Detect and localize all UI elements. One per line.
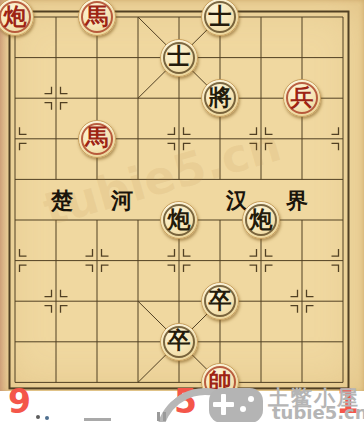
piece-black-cannon[interactable]: 炮 (242, 201, 280, 239)
piece-red-horse[interactable]: 馬 (78, 0, 116, 36)
cutoff-ui-fragment (36, 415, 40, 419)
cutoff-ui-fragment (84, 418, 111, 421)
watermark-site-url: tubie5.cn (272, 402, 364, 422)
cutoff-ui-fragment (45, 416, 49, 420)
gamepad-icon (209, 388, 263, 422)
cutoff-ui-fragment (163, 412, 166, 421)
piece-red-horse[interactable]: 馬 (78, 120, 116, 158)
piece-glyph: 炮 (4, 5, 27, 28)
piece-glyph: 馬 (86, 126, 109, 149)
piece-black-cannon[interactable]: 炮 (160, 201, 198, 239)
piece-black-advisor[interactable]: 士 (160, 39, 198, 77)
pieces-layer: 炮馬士士將兵馬炮炮卒卒帥 (0, 0, 364, 392)
piece-glyph: 卒 (168, 329, 191, 352)
piece-glyph: 卒 (209, 289, 232, 312)
piece-glyph: 將 (209, 86, 232, 109)
piece-glyph: 士 (209, 5, 232, 28)
piece-glyph: 炮 (168, 208, 191, 231)
piece-black-advisor[interactable]: 士 (201, 0, 239, 36)
piece-black-soldier[interactable]: 卒 (160, 323, 198, 361)
piece-red-soldier[interactable]: 兵 (283, 79, 321, 117)
piece-black-general[interactable]: 將 (201, 79, 239, 117)
xiangqi-app-screenshot: tubie5.cn 楚河 汉界 炮馬士士將兵馬炮炮卒卒帥 9 5 1 土鳖小屋 … (0, 0, 364, 422)
cutoff-ui-fragment (157, 412, 160, 421)
red-file-number-9: 9 (8, 385, 31, 419)
bottom-bar: 9 5 1 土鳖小屋 tubie5.cn (0, 391, 364, 422)
xiangqi-board[interactable]: tubie5.cn 楚河 汉界 炮馬士士將兵馬炮炮卒卒帥 (0, 0, 364, 392)
piece-glyph: 炮 (250, 208, 273, 231)
piece-glyph: 兵 (291, 86, 314, 109)
piece-glyph: 士 (168, 45, 191, 68)
piece-black-soldier[interactable]: 卒 (201, 282, 239, 320)
piece-red-cannon[interactable]: 炮 (0, 0, 34, 36)
piece-glyph: 馬 (86, 5, 109, 28)
